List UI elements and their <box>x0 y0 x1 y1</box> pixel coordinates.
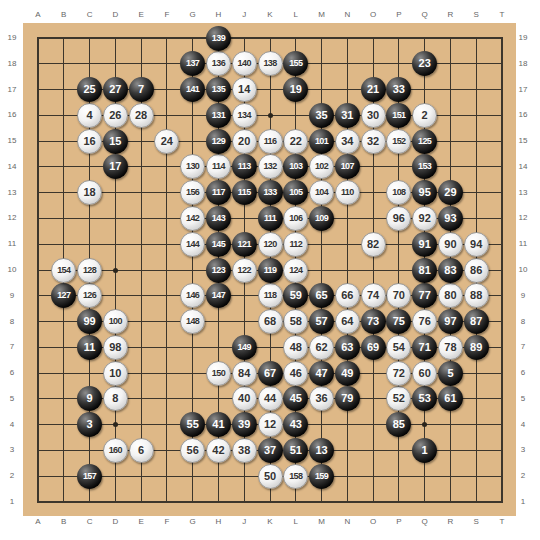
stone-45-L5: 45 <box>283 386 308 411</box>
stone-138-K18: 138 <box>258 51 283 76</box>
stone-33-P17: 33 <box>386 77 411 102</box>
coord-label-left: 13 <box>2 187 22 199</box>
stone-140-J18: 140 <box>232 51 257 76</box>
stone-114-H14: 114 <box>206 154 231 179</box>
stone-12-K4: 12 <box>258 412 283 437</box>
stone-151-P16: 151 <box>386 103 411 128</box>
stone-53-Q5: 53 <box>412 386 437 411</box>
grid-line <box>37 501 503 503</box>
stone-52-P5: 52 <box>386 386 411 411</box>
stone-89-S7: 89 <box>464 335 489 360</box>
coord-label-top: B <box>54 9 74 21</box>
coord-label-top: D <box>105 9 125 21</box>
coord-label-left: 15 <box>2 135 22 147</box>
stone-11-C7: 11 <box>77 335 102 360</box>
stone-101-M15: 101 <box>309 129 334 154</box>
stone-34-N15: 34 <box>335 129 360 154</box>
stone-82-O11: 82 <box>361 232 386 257</box>
coord-label-right: 17 <box>513 84 533 96</box>
coord-label-bottom: P <box>389 516 409 528</box>
coord-label-right: 8 <box>513 316 533 328</box>
stone-149-J7: 149 <box>232 335 257 360</box>
stone-54-P7: 54 <box>386 335 411 360</box>
stone-29-R13: 29 <box>438 180 463 205</box>
stone-75-P8: 75 <box>386 309 411 334</box>
coord-label-bottom: F <box>157 516 177 528</box>
stone-6-E3: 6 <box>129 438 154 463</box>
stone-127-B9: 127 <box>51 283 76 308</box>
stone-18-C13: 18 <box>77 180 102 205</box>
stone-48-L7: 48 <box>283 335 308 360</box>
stone-160-D3: 160 <box>103 438 128 463</box>
stone-94-S11: 94 <box>464 232 489 257</box>
stone-71-Q7: 71 <box>412 335 437 360</box>
coord-label-bottom: E <box>131 516 151 528</box>
stone-25-C17: 25 <box>77 77 102 102</box>
stone-68-K8: 68 <box>258 309 283 334</box>
stone-14-J17: 14 <box>232 77 257 102</box>
coord-label-left: 3 <box>2 444 22 456</box>
stone-31-N16: 31 <box>335 103 360 128</box>
stone-108-P13: 108 <box>386 180 411 205</box>
stone-106-L12: 106 <box>283 206 308 231</box>
coord-label-right: 12 <box>513 212 533 224</box>
stone-147-H9: 147 <box>206 283 231 308</box>
coord-label-top: H <box>208 9 228 21</box>
stone-60-Q6: 60 <box>412 361 437 386</box>
coord-label-top: O <box>363 9 383 21</box>
stone-98-D7: 98 <box>103 335 128 360</box>
coord-label-right: 16 <box>513 109 533 121</box>
coord-label-right: 13 <box>513 187 533 199</box>
stone-131-H16: 131 <box>206 103 231 128</box>
stone-4-C16: 4 <box>77 103 102 128</box>
stone-1-Q3: 1 <box>412 438 437 463</box>
stone-83-R10: 83 <box>438 258 463 283</box>
coord-label-left: 18 <box>2 58 22 70</box>
coord-label-top: Q <box>415 9 435 21</box>
star-point <box>268 113 273 118</box>
stone-2-Q16: 2 <box>412 103 437 128</box>
stone-122-J10: 122 <box>232 258 257 283</box>
stone-77-Q9: 77 <box>412 283 437 308</box>
stone-65-M9: 65 <box>309 283 334 308</box>
stone-57-M8: 57 <box>309 309 334 334</box>
stone-23-Q18: 23 <box>412 51 437 76</box>
stone-41-H4: 41 <box>206 412 231 437</box>
coord-label-bottom: K <box>260 516 280 528</box>
coord-label-right: 9 <box>513 290 533 302</box>
coord-label-right: 7 <box>513 341 533 353</box>
stone-58-L8: 58 <box>283 309 308 334</box>
stone-27-D17: 27 <box>103 77 128 102</box>
stone-92-Q12: 92 <box>412 206 437 231</box>
stone-42-H3: 42 <box>206 438 231 463</box>
stone-32-O15: 32 <box>361 129 386 154</box>
go-board[interactable]: AABBCCDDEEFFGGHHJJKKLLMMNNOOPPQQRRSSTT19… <box>0 0 540 540</box>
stone-37-K3: 37 <box>258 438 283 463</box>
stone-123-H10: 123 <box>206 258 231 283</box>
stone-50-K2: 50 <box>258 464 283 489</box>
stone-73-O8: 73 <box>361 309 386 334</box>
stone-19-L17: 19 <box>283 77 308 102</box>
stone-10-D6: 10 <box>103 361 128 386</box>
stone-88-S9: 88 <box>464 283 489 308</box>
stone-64-N8: 64 <box>335 309 360 334</box>
coord-label-top: M <box>312 9 332 21</box>
coord-label-bottom: Q <box>415 516 435 528</box>
stone-9-C5: 9 <box>77 386 102 411</box>
stone-100-D8: 100 <box>103 309 128 334</box>
stone-143-H12: 143 <box>206 206 231 231</box>
stone-69-O7: 69 <box>361 335 386 360</box>
stone-95-Q13: 95 <box>412 180 437 205</box>
stone-154-B10: 154 <box>51 258 76 283</box>
stone-87-S8: 87 <box>464 309 489 334</box>
stone-26-D16: 26 <box>103 103 128 128</box>
stone-137-G18: 137 <box>180 51 205 76</box>
stone-51-L3: 51 <box>283 438 308 463</box>
stone-128-C10: 128 <box>77 258 102 283</box>
stone-59-L9: 59 <box>283 283 308 308</box>
stone-124-L10: 124 <box>283 258 308 283</box>
grid-line <box>501 37 503 503</box>
stone-13-M3: 13 <box>309 438 334 463</box>
stone-17-D14: 17 <box>103 154 128 179</box>
coord-label-left: 1 <box>2 496 22 508</box>
coord-label-bottom: L <box>286 516 306 528</box>
stone-144-G11: 144 <box>180 232 205 257</box>
stone-152-P15: 152 <box>386 129 411 154</box>
stone-136-H18: 136 <box>206 51 231 76</box>
coord-label-left: 2 <box>2 470 22 482</box>
coord-label-top: L <box>286 9 306 21</box>
coord-label-bottom: T <box>492 516 512 528</box>
stone-134-J16: 134 <box>232 103 257 128</box>
stone-121-J11: 121 <box>232 232 257 257</box>
stone-76-Q8: 76 <box>412 309 437 334</box>
stone-5-R6: 5 <box>438 361 463 386</box>
stone-155-L18: 155 <box>283 51 308 76</box>
star-point <box>422 422 427 427</box>
coord-label-top: S <box>466 9 486 21</box>
coord-label-top: K <box>260 9 280 21</box>
stone-125-Q15: 125 <box>412 129 437 154</box>
stone-28-E16: 28 <box>129 103 154 128</box>
coord-label-top: R <box>440 9 460 21</box>
stone-116-K15: 116 <box>258 129 283 154</box>
stone-96-P12: 96 <box>386 206 411 231</box>
coord-label-left: 14 <box>2 161 22 173</box>
coord-label-top: F <box>157 9 177 21</box>
stone-72-P6: 72 <box>386 361 411 386</box>
stone-3-C4: 3 <box>77 412 102 437</box>
stone-74-O9: 74 <box>361 283 386 308</box>
stone-85-P4: 85 <box>386 412 411 437</box>
coord-label-right: 6 <box>513 367 533 379</box>
coord-label-bottom: S <box>466 516 486 528</box>
coord-label-right: 10 <box>513 264 533 276</box>
stone-132-K14: 132 <box>258 154 283 179</box>
stone-102-M14: 102 <box>309 154 334 179</box>
coord-label-bottom: J <box>234 516 254 528</box>
stone-20-J15: 20 <box>232 129 257 154</box>
stone-40-J5: 40 <box>232 386 257 411</box>
stone-107-N14: 107 <box>335 154 360 179</box>
stone-7-E17: 7 <box>129 77 154 102</box>
stone-22-L15: 22 <box>283 129 308 154</box>
coord-label-left: 7 <box>2 341 22 353</box>
coord-label-left: 4 <box>2 419 22 431</box>
stone-46-L6: 46 <box>283 361 308 386</box>
stone-156-G13: 156 <box>180 180 205 205</box>
coord-label-bottom: R <box>440 516 460 528</box>
star-point <box>113 268 118 273</box>
coord-label-left: 6 <box>2 367 22 379</box>
stone-91-Q11: 91 <box>412 232 437 257</box>
stone-120-K11: 120 <box>258 232 283 257</box>
stone-70-P9: 70 <box>386 283 411 308</box>
stone-159-M2: 159 <box>309 464 334 489</box>
stone-80-R9: 80 <box>438 283 463 308</box>
stone-112-L11: 112 <box>283 232 308 257</box>
stone-115-J13: 115 <box>232 180 257 205</box>
coord-label-right: 19 <box>513 32 533 44</box>
coord-label-left: 5 <box>2 393 22 405</box>
stone-15-D15: 15 <box>103 129 128 154</box>
stone-97-R8: 97 <box>438 309 463 334</box>
stone-30-O16: 30 <box>361 103 386 128</box>
stone-81-Q10: 81 <box>412 258 437 283</box>
stone-8-D5: 8 <box>103 386 128 411</box>
coord-label-left: 17 <box>2 84 22 96</box>
coord-label-right: 14 <box>513 161 533 173</box>
stone-99-C8: 99 <box>77 309 102 334</box>
coord-label-top: G <box>183 9 203 21</box>
coord-label-bottom: A <box>28 516 48 528</box>
coord-label-left: 16 <box>2 109 22 121</box>
coord-label-bottom: G <box>183 516 203 528</box>
stone-133-K13: 133 <box>258 180 283 205</box>
stone-129-H15: 129 <box>206 129 231 154</box>
coord-label-right: 2 <box>513 470 533 482</box>
stone-126-C9: 126 <box>77 283 102 308</box>
stone-49-N6: 49 <box>335 361 360 386</box>
coord-label-bottom: D <box>105 516 125 528</box>
stone-21-O17: 21 <box>361 77 386 102</box>
stone-150-H6: 150 <box>206 361 231 386</box>
coord-label-right: 11 <box>513 238 533 250</box>
stone-38-J3: 38 <box>232 438 257 463</box>
coord-label-left: 11 <box>2 238 22 250</box>
stone-24-F15: 24 <box>154 129 179 154</box>
stone-153-Q14: 153 <box>412 154 437 179</box>
stone-113-J14: 113 <box>232 154 257 179</box>
stone-90-R11: 90 <box>438 232 463 257</box>
coord-label-right: 15 <box>513 135 533 147</box>
stone-135-H17: 135 <box>206 77 231 102</box>
stone-39-J4: 39 <box>232 412 257 437</box>
coord-label-top: C <box>80 9 100 21</box>
stone-56-G3: 56 <box>180 438 205 463</box>
stone-55-G4: 55 <box>180 412 205 437</box>
stone-104-M13: 104 <box>309 180 334 205</box>
stone-43-L4: 43 <box>283 412 308 437</box>
stone-110-N13: 110 <box>335 180 360 205</box>
coord-label-bottom: O <box>363 516 383 528</box>
stone-157-C2: 157 <box>77 464 102 489</box>
coord-label-left: 12 <box>2 212 22 224</box>
stone-62-M7: 62 <box>309 335 334 360</box>
stone-84-J6: 84 <box>232 361 257 386</box>
stone-86-S10: 86 <box>464 258 489 283</box>
stone-67-K6: 67 <box>258 361 283 386</box>
stone-61-R5: 61 <box>438 386 463 411</box>
stone-130-G14: 130 <box>180 154 205 179</box>
coord-label-bottom: H <box>208 516 228 528</box>
coord-label-right: 4 <box>513 419 533 431</box>
coord-label-bottom: N <box>337 516 357 528</box>
coord-label-left: 9 <box>2 290 22 302</box>
star-point <box>113 422 118 427</box>
stone-142-G12: 142 <box>180 206 205 231</box>
coord-label-top: P <box>389 9 409 21</box>
stone-93-R12: 93 <box>438 206 463 231</box>
stone-78-R7: 78 <box>438 335 463 360</box>
stone-145-H11: 145 <box>206 232 231 257</box>
stone-141-G17: 141 <box>180 77 205 102</box>
coord-label-top: T <box>492 9 512 21</box>
stone-139-H19: 139 <box>206 26 231 51</box>
coord-label-bottom: B <box>54 516 74 528</box>
stone-36-M5: 36 <box>309 386 334 411</box>
coord-label-right: 1 <box>513 496 533 508</box>
coord-label-right: 3 <box>513 444 533 456</box>
go-diagram: AABBCCDDEEFFGGHHJJKKLLMMNNOOPPQQRRSSTT19… <box>0 0 540 540</box>
stone-105-L13: 105 <box>283 180 308 205</box>
coord-label-bottom: M <box>312 516 332 528</box>
stone-158-L2: 158 <box>283 464 308 489</box>
stone-44-K5: 44 <box>258 386 283 411</box>
coord-label-right: 18 <box>513 58 533 70</box>
coord-label-right: 5 <box>513 393 533 405</box>
stone-111-K12: 111 <box>258 206 283 231</box>
coord-label-left: 10 <box>2 264 22 276</box>
coord-label-top: A <box>28 9 48 21</box>
stone-103-L14: 103 <box>283 154 308 179</box>
stone-146-G9: 146 <box>180 283 205 308</box>
coord-label-top: J <box>234 9 254 21</box>
stone-66-N9: 66 <box>335 283 360 308</box>
coord-label-left: 19 <box>2 32 22 44</box>
coord-label-top: N <box>337 9 357 21</box>
stone-79-N5: 79 <box>335 386 360 411</box>
stone-148-G8: 148 <box>180 309 205 334</box>
coord-label-bottom: C <box>80 516 100 528</box>
stone-16-C15: 16 <box>77 129 102 154</box>
stone-63-N7: 63 <box>335 335 360 360</box>
stone-35-M16: 35 <box>309 103 334 128</box>
coord-label-top: E <box>131 9 151 21</box>
stone-118-K9: 118 <box>258 283 283 308</box>
stone-109-M12: 109 <box>309 206 334 231</box>
stone-117-H13: 117 <box>206 180 231 205</box>
coord-label-left: 8 <box>2 316 22 328</box>
stone-47-M6: 47 <box>309 361 334 386</box>
stone-119-K10: 119 <box>258 258 283 283</box>
